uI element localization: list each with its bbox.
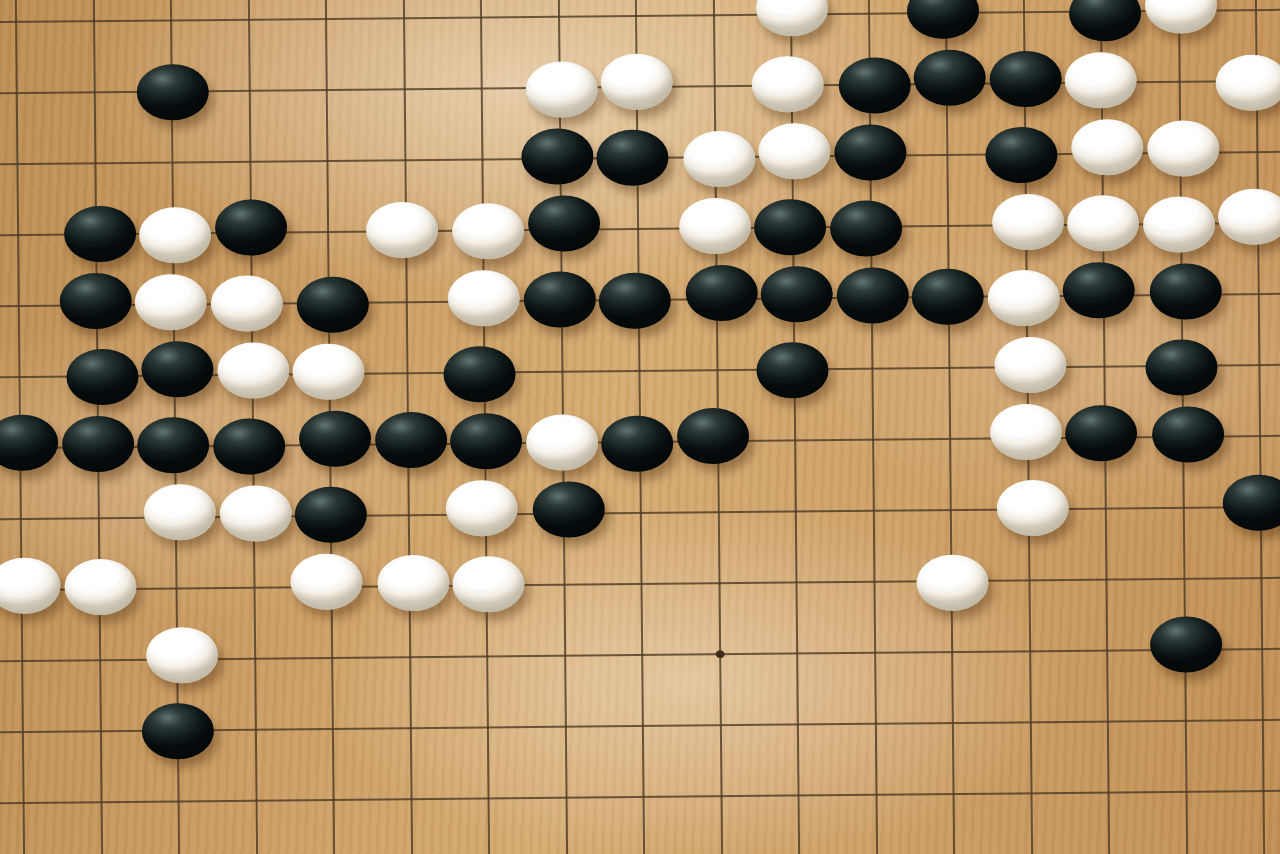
black-stone[interactable] — [295, 486, 368, 543]
white-stone[interactable] — [446, 480, 519, 537]
white-stone[interactable] — [683, 131, 756, 188]
black-stone[interactable] — [985, 127, 1058, 184]
black-stone[interactable] — [601, 415, 674, 472]
grid-line-vertical — [945, 0, 956, 854]
white-stone[interactable] — [452, 556, 525, 613]
grid-line-vertical — [1255, 0, 1266, 854]
black-stone[interactable] — [685, 265, 758, 322]
black-stone[interactable] — [1149, 263, 1222, 320]
white-stone[interactable] — [447, 270, 520, 327]
black-stone[interactable] — [760, 266, 833, 323]
black-stone[interactable] — [836, 267, 909, 324]
white-stone[interactable] — [996, 480, 1069, 537]
black-stone[interactable] — [676, 408, 749, 465]
grid-line-horizontal — [0, 790, 1280, 805]
black-stone[interactable] — [1145, 339, 1218, 396]
white-stone[interactable] — [217, 342, 290, 399]
white-stone[interactable] — [135, 274, 208, 331]
white-stone[interactable] — [758, 123, 831, 180]
white-stone[interactable] — [139, 207, 212, 264]
white-stone[interactable] — [1142, 196, 1215, 253]
black-stone[interactable] — [374, 412, 447, 469]
white-stone[interactable] — [525, 61, 598, 118]
white-stone[interactable] — [290, 553, 363, 610]
white-stone[interactable] — [1144, 0, 1217, 34]
black-stone[interactable] — [521, 128, 594, 185]
white-stone[interactable] — [146, 627, 219, 684]
white-stone[interactable] — [0, 557, 61, 614]
white-stone[interactable] — [989, 404, 1062, 461]
black-stone[interactable] — [1065, 405, 1138, 462]
black-stone[interactable] — [527, 195, 600, 252]
black-stone[interactable] — [1151, 406, 1224, 463]
white-stone[interactable] — [1218, 189, 1280, 246]
white-stone[interactable] — [292, 343, 365, 400]
black-stone[interactable] — [911, 268, 984, 325]
white-stone[interactable] — [1147, 120, 1220, 177]
white-stone[interactable] — [994, 337, 1067, 394]
white-stone[interactable] — [219, 485, 292, 542]
white-stone[interactable] — [600, 53, 673, 110]
black-stone[interactable] — [443, 346, 516, 403]
black-stone[interactable] — [1062, 262, 1135, 319]
go-board-photo — [0, 0, 1280, 854]
white-stone[interactable] — [1215, 55, 1280, 112]
black-stone[interactable] — [212, 418, 285, 475]
black-stone[interactable] — [523, 271, 596, 328]
black-stone[interactable] — [834, 124, 907, 181]
white-stone[interactable] — [987, 270, 1060, 327]
black-stone[interactable] — [989, 51, 1062, 108]
black-stone[interactable] — [907, 0, 980, 39]
black-stone[interactable] — [756, 342, 829, 399]
black-stone[interactable] — [838, 57, 911, 114]
black-stone[interactable] — [297, 276, 370, 333]
black-stone[interactable] — [599, 272, 672, 329]
white-stone[interactable] — [1071, 119, 1144, 176]
black-stone[interactable] — [450, 413, 523, 470]
white-stone[interactable] — [678, 198, 751, 255]
white-stone[interactable] — [64, 559, 137, 616]
white-stone[interactable] — [525, 414, 598, 471]
black-stone[interactable] — [0, 414, 58, 471]
black-stone[interactable] — [1149, 616, 1222, 673]
white-stone[interactable] — [991, 194, 1064, 251]
black-stone[interactable] — [829, 200, 902, 257]
black-stone[interactable] — [137, 417, 210, 474]
white-stone[interactable] — [210, 275, 283, 332]
white-stone[interactable] — [365, 202, 438, 259]
black-stone[interactable] — [63, 206, 136, 263]
white-stone[interactable] — [377, 555, 450, 612]
black-stone[interactable] — [1069, 0, 1142, 42]
black-stone[interactable] — [59, 273, 132, 330]
black-stone[interactable] — [754, 199, 827, 256]
white-stone[interactable] — [144, 484, 217, 541]
black-stone[interactable] — [142, 703, 215, 760]
white-stone[interactable] — [751, 56, 824, 113]
black-stone[interactable] — [1222, 474, 1280, 531]
black-stone[interactable] — [61, 416, 134, 473]
black-stone[interactable] — [913, 49, 986, 106]
black-stone[interactable] — [136, 64, 209, 121]
black-stone[interactable] — [532, 481, 605, 538]
white-stone[interactable] — [1064, 52, 1137, 109]
black-stone[interactable] — [596, 129, 669, 186]
black-stone[interactable] — [66, 349, 139, 406]
star-point — [715, 650, 724, 658]
black-stone[interactable] — [141, 341, 214, 398]
white-stone[interactable] — [916, 554, 989, 611]
white-stone[interactable] — [756, 0, 829, 37]
black-stone[interactable] — [214, 199, 287, 256]
white-stone[interactable] — [1067, 195, 1140, 252]
black-stone[interactable] — [299, 410, 372, 467]
white-stone[interactable] — [452, 203, 525, 260]
go-board[interactable] — [0, 0, 1280, 854]
